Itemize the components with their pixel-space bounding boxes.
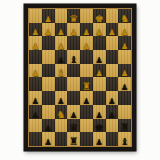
- board-square-r2c4[interactable]: ♟: [67, 23, 80, 37]
- black-rook-piece: ♜: [69, 137, 78, 146]
- board-square-r9c6[interactable]: ♚: [93, 119, 106, 133]
- gold-pawn-piece: ♟: [32, 70, 39, 77]
- board-square-r3c2[interactable]: [42, 36, 55, 50]
- board-square-r3c4[interactable]: [67, 36, 80, 50]
- black-pawn-piece: ♟: [83, 98, 90, 105]
- black-pawn-piece: ♟: [57, 57, 64, 64]
- board-square-r10c7[interactable]: [106, 132, 119, 146]
- gold-pawn-piece: ♟: [121, 43, 128, 50]
- black-pawn-piece: ♟: [45, 125, 52, 132]
- board-square-r3c8[interactable]: ♟: [118, 36, 131, 50]
- black-pawn-piece: ♟: [32, 112, 39, 119]
- black-pawn-piece: ♟: [96, 112, 103, 119]
- board-square-r5c6[interactable]: ♟: [93, 64, 106, 78]
- photo-background: ♟♛♚♞♟♟♟♟♟♟♟♟♟♟♟♟♟♝♟♟♝♟♟♜♟♟♟♟♟♟♞♟♟♟♟♛♚♜♟♜…: [0, 0, 160, 160]
- gold-pawn-piece: ♟: [121, 70, 128, 77]
- black-pawn-piece: ♟: [96, 57, 103, 64]
- gold-king-piece: ♚: [95, 14, 104, 23]
- board-square-r8c3[interactable]: ♞: [55, 105, 68, 119]
- gold-pawn-piece: ♟: [83, 29, 90, 36]
- black-queen-piece: ♛: [69, 123, 78, 132]
- board-square-r7c2[interactable]: [42, 91, 55, 105]
- board-square-r10c5[interactable]: [80, 132, 93, 146]
- board-square-r2c1[interactable]: ♟: [29, 23, 42, 37]
- board-square-r10c4[interactable]: ♜: [67, 132, 80, 146]
- board-square-r7c4[interactable]: [67, 91, 80, 105]
- board-square-r7c5[interactable]: ♟: [80, 91, 93, 105]
- board-square-r5c7[interactable]: [106, 64, 119, 78]
- board-square-r6c2[interactable]: [42, 77, 55, 91]
- board-square-r1c4[interactable]: ♛: [67, 9, 80, 23]
- board-square-r7c1[interactable]: ♟: [29, 91, 42, 105]
- board-square-r10c6[interactable]: ♟: [93, 132, 106, 146]
- black-bishop-piece: ♝: [120, 137, 129, 146]
- black-king-piece: ♚: [95, 123, 104, 132]
- board-square-r4c8[interactable]: [118, 50, 131, 64]
- board-square-r1c5[interactable]: [80, 9, 93, 23]
- board-square-r6c7[interactable]: [106, 77, 119, 91]
- gold-pawn-piece: ♟: [57, 29, 64, 36]
- gold-pawn-piece: ♟: [108, 29, 115, 36]
- gold-pawn-piece: ♟: [83, 43, 90, 50]
- board-square-r6c8[interactable]: ♟: [118, 77, 131, 91]
- board-square-r5c5[interactable]: [80, 64, 93, 78]
- gold-pawn-piece: ♟: [57, 43, 64, 50]
- board-square-r4c4[interactable]: ♝: [67, 50, 80, 64]
- board-square-r1c6[interactable]: ♚: [93, 9, 106, 23]
- board-square-r9c1[interactable]: [29, 119, 42, 133]
- black-pawn-piece: ♟: [32, 98, 39, 105]
- board-square-r1c7[interactable]: [106, 9, 119, 23]
- board-square-r4c5[interactable]: [80, 50, 93, 64]
- chess-board: ♟♛♚♞♟♟♟♟♟♟♟♟♟♟♟♟♟♝♟♟♝♟♟♜♟♟♟♟♟♟♞♟♟♟♟♛♚♜♟♜…: [29, 9, 131, 146]
- gold-rook-piece: ♜: [82, 82, 91, 91]
- board-square-r6c3[interactable]: [55, 77, 68, 91]
- board-square-r4c6[interactable]: ♟: [93, 50, 106, 64]
- board-square-r4c3[interactable]: ♟: [55, 50, 68, 64]
- board-square-r1c3[interactable]: [55, 9, 68, 23]
- board-square-r8c1[interactable]: ♟: [29, 105, 42, 119]
- board-square-r6c1[interactable]: [29, 77, 42, 91]
- board-square-r8c7[interactable]: ♟: [106, 105, 119, 119]
- gold-knight-piece: ♞: [120, 14, 129, 23]
- board-square-r4c7[interactable]: [106, 50, 119, 64]
- board-square-r8c8[interactable]: [118, 105, 131, 119]
- black-pawn-piece: ♟: [57, 98, 64, 105]
- board-square-r3c7[interactable]: [106, 36, 119, 50]
- black-pawn-piece: ♟: [121, 84, 128, 91]
- gold-pawn-piece: ♟: [32, 43, 39, 50]
- gold-pawn-piece: ♟: [96, 70, 103, 77]
- board-square-r9c5[interactable]: [80, 119, 93, 133]
- black-pawn-piece: ♟: [96, 139, 103, 146]
- board-square-r10c2[interactable]: ♟: [42, 132, 55, 146]
- board-square-r8c6[interactable]: ♟: [93, 105, 106, 119]
- board-square-r10c8[interactable]: ♝: [118, 132, 131, 146]
- black-pawn-piece: ♟: [70, 112, 77, 119]
- board-square-r10c1[interactable]: [29, 132, 42, 146]
- black-pawn-piece: ♟: [108, 98, 115, 105]
- board-square-r2c5[interactable]: ♟: [80, 23, 93, 37]
- gold-knight-piece: ♞: [56, 110, 65, 119]
- board-square-r6c4[interactable]: [67, 77, 80, 91]
- board-square-r9c2[interactable]: ♟: [42, 119, 55, 133]
- gold-pawn-piece: ♟: [70, 29, 77, 36]
- board-square-r7c8[interactable]: [118, 91, 131, 105]
- board-square-r8c2[interactable]: [42, 105, 55, 119]
- gold-bishop-piece: ♝: [56, 68, 65, 77]
- black-bishop-piece: ♝: [69, 55, 78, 64]
- black-rook-piece: ♜: [120, 123, 129, 132]
- board-square-r7c3[interactable]: ♟: [55, 91, 68, 105]
- board-square-r1c1[interactable]: [29, 9, 42, 23]
- board-square-r3c1[interactable]: ♟: [29, 36, 42, 50]
- board-square-r9c3[interactable]: [55, 119, 68, 133]
- board-square-r6c6[interactable]: [93, 77, 106, 91]
- gold-pawn-piece: ♟: [96, 29, 103, 36]
- gold-pawn-piece: ♟: [121, 29, 128, 36]
- board-square-r8c4[interactable]: ♟: [67, 105, 80, 119]
- board-square-r5c3[interactable]: ♝: [55, 64, 68, 78]
- board-square-r2c8[interactable]: ♟: [118, 23, 131, 37]
- board-square-r6c5[interactable]: ♜: [80, 77, 93, 91]
- board-square-r7c7[interactable]: ♟: [106, 91, 119, 105]
- board-square-r7c6[interactable]: [93, 91, 106, 105]
- board-square-r4c2[interactable]: [42, 50, 55, 64]
- board-square-r9c8[interactable]: ♜: [118, 119, 131, 133]
- board-square-r1c2[interactable]: ♟: [42, 9, 55, 23]
- gold-pawn-piece: ♟: [32, 29, 39, 36]
- gold-trim: ♟♛♚♞♟♟♟♟♟♟♟♟♟♟♟♟♟♝♟♟♝♟♟♜♟♟♟♟♟♟♞♟♟♟♟♛♚♜♟♜…: [28, 8, 132, 147]
- black-pawn-piece: ♟: [108, 112, 115, 119]
- board-square-r9c4[interactable]: ♛: [67, 119, 80, 133]
- board-square-r3c3[interactable]: ♟: [55, 36, 68, 50]
- board-square-r2c6[interactable]: ♟: [93, 23, 106, 37]
- board-square-r5c2[interactable]: [42, 64, 55, 78]
- board-square-r2c7[interactable]: ♟: [106, 23, 119, 37]
- board-square-r3c6[interactable]: [93, 36, 106, 50]
- gold-pawn-piece: ♟: [45, 16, 52, 23]
- board-square-r8c5[interactable]: [80, 105, 93, 119]
- board-square-r1c8[interactable]: ♞: [118, 9, 131, 23]
- board-square-r5c8[interactable]: ♟: [118, 64, 131, 78]
- board-square-r4c1[interactable]: [29, 50, 42, 64]
- board-square-r2c2[interactable]: ♟: [42, 23, 55, 37]
- black-pawn-piece: ♟: [45, 139, 52, 146]
- board-square-r2c3[interactable]: ♟: [55, 23, 68, 37]
- board-square-r3c5[interactable]: ♟: [80, 36, 93, 50]
- board-square-r10c3[interactable]: [55, 132, 68, 146]
- board-square-r9c7[interactable]: [106, 119, 119, 133]
- gold-pawn-piece: ♟: [45, 29, 52, 36]
- gold-queen-piece: ♛: [69, 14, 78, 23]
- board-square-r5c1[interactable]: ♟: [29, 64, 42, 78]
- board-square-r5c4[interactable]: [67, 64, 80, 78]
- picture-frame: ♟♛♚♞♟♟♟♟♟♟♟♟♟♟♟♟♟♝♟♟♝♟♟♜♟♟♟♟♟♟♞♟♟♟♟♛♚♜♟♜…: [24, 4, 136, 151]
